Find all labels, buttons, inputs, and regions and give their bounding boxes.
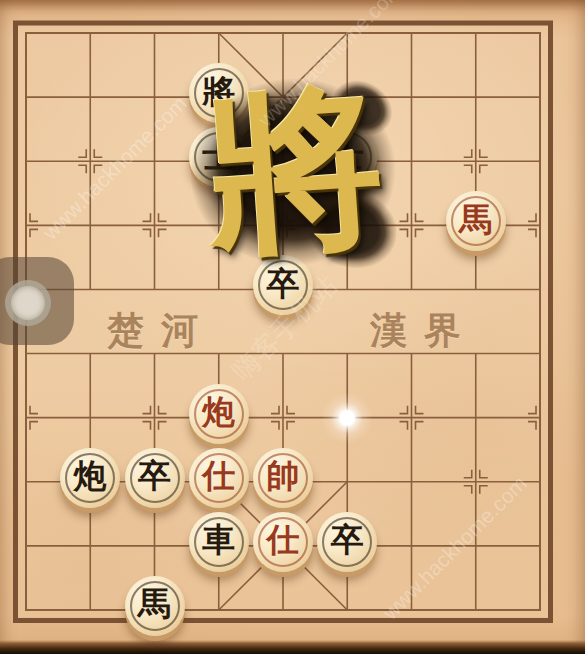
red-cannon[interactable]: 炮 bbox=[189, 384, 249, 444]
black-piece-character: 士 bbox=[331, 140, 364, 173]
river-label-right: 漢界 bbox=[370, 306, 478, 356]
black-piece-character: 卒 bbox=[138, 460, 171, 493]
black-piece-character: 將 bbox=[202, 76, 235, 109]
river-label-left: 楚河 bbox=[107, 306, 215, 356]
black-piece-character: 炮 bbox=[74, 460, 107, 493]
red-horse[interactable]: 馬 bbox=[446, 191, 506, 251]
black-soldier[interactable]: 卒 bbox=[317, 512, 377, 572]
red-piece-character: 仕 bbox=[202, 460, 235, 493]
black-general[interactable]: 將 bbox=[189, 63, 249, 123]
black-piece-character: 卒 bbox=[267, 268, 300, 301]
black-advisor[interactable]: 士 bbox=[189, 127, 249, 187]
board-bottom-edge bbox=[0, 640, 585, 654]
red-general[interactable]: 帥 bbox=[253, 448, 313, 508]
assistive-touch-button[interactable] bbox=[0, 257, 74, 345]
black-cannon[interactable]: 炮 bbox=[60, 448, 120, 508]
black-chariot[interactable]: 車 bbox=[189, 512, 249, 572]
black-piece-character: 車 bbox=[202, 524, 235, 557]
red-piece-character: 炮 bbox=[202, 396, 235, 429]
black-soldier[interactable]: 卒 bbox=[125, 448, 185, 508]
black-piece-character: 卒 bbox=[331, 524, 364, 557]
red-piece-character: 馬 bbox=[459, 204, 492, 237]
red-advisor[interactable]: 仕 bbox=[189, 448, 249, 508]
board-top-edge bbox=[0, 0, 585, 11]
red-advisor[interactable]: 仕 bbox=[253, 512, 313, 572]
assistive-touch-inner-circle-icon bbox=[11, 286, 45, 320]
red-piece-character: 帥 bbox=[267, 460, 300, 493]
black-piece-character: 馬 bbox=[138, 588, 171, 621]
xiangqi-game-screen: 楚河 漢界 將士士馬卒炮炮卒仕帥車仕卒馬 將 www.hackhome.comw… bbox=[0, 0, 585, 654]
black-piece-character: 士 bbox=[202, 140, 235, 173]
red-piece-character: 仕 bbox=[267, 524, 300, 557]
black-horse[interactable]: 馬 bbox=[125, 576, 185, 636]
